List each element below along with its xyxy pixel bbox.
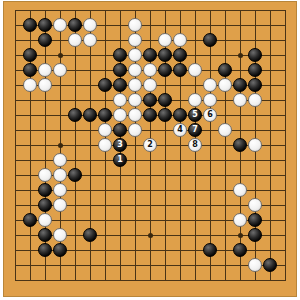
black-stone xyxy=(83,108,97,122)
black-stone xyxy=(38,243,52,257)
black-stone xyxy=(248,48,262,62)
white-stone xyxy=(188,63,202,77)
white-stone xyxy=(113,93,127,107)
black-stone xyxy=(98,108,112,122)
star-point xyxy=(58,143,63,148)
black-stone xyxy=(143,48,157,62)
black-stone xyxy=(233,138,247,152)
black-stone xyxy=(173,63,187,77)
white-stone xyxy=(143,78,157,92)
grid-line-horizontal xyxy=(15,40,286,41)
white-stone xyxy=(128,108,142,122)
white-stone xyxy=(128,33,142,47)
black-stone xyxy=(113,123,127,137)
black-stone xyxy=(233,78,247,92)
black-stone xyxy=(113,63,127,77)
move-number-label: 4 xyxy=(177,126,183,134)
black-stone xyxy=(113,48,127,62)
black-stone xyxy=(248,213,262,227)
white-stone xyxy=(173,33,187,47)
white-stone xyxy=(128,93,142,107)
move-number-label: 3 xyxy=(117,141,123,149)
white-stone xyxy=(83,18,97,32)
black-stone-move-5: 5 xyxy=(188,108,202,122)
white-stone xyxy=(233,183,247,197)
grid-line-horizontal xyxy=(15,265,286,266)
white-stone xyxy=(218,123,232,137)
white-stone xyxy=(128,63,142,77)
black-stone xyxy=(158,48,172,62)
move-number-label: 8 xyxy=(192,141,198,149)
black-stone xyxy=(38,18,52,32)
white-stone xyxy=(53,183,67,197)
black-stone xyxy=(53,243,67,257)
white-stone xyxy=(53,153,67,167)
white-stone xyxy=(218,78,232,92)
black-stone xyxy=(68,108,82,122)
white-stone xyxy=(98,138,112,152)
black-stone xyxy=(263,258,277,272)
black-stone xyxy=(23,63,37,77)
grid-line-horizontal xyxy=(15,10,286,11)
white-stone xyxy=(128,123,142,137)
black-stone xyxy=(68,18,82,32)
white-stone-move-4: 4 xyxy=(173,123,187,137)
white-stone xyxy=(53,168,67,182)
black-stone xyxy=(68,168,82,182)
grid-line-horizontal xyxy=(15,130,286,131)
white-stone xyxy=(23,78,37,92)
black-stone xyxy=(248,78,262,92)
black-stone xyxy=(158,63,172,77)
white-stone xyxy=(248,93,262,107)
white-stone xyxy=(68,33,82,47)
go-diagram-screenshot: 56473281 xyxy=(0,0,300,300)
black-stone-move-7: 7 xyxy=(188,123,202,137)
star-point xyxy=(148,233,153,238)
white-stone xyxy=(128,18,142,32)
white-stone xyxy=(248,258,262,272)
black-stone xyxy=(173,48,187,62)
white-stone xyxy=(83,33,97,47)
black-stone xyxy=(23,18,37,32)
white-stone-move-2: 2 xyxy=(143,138,157,152)
star-point xyxy=(238,53,243,58)
black-stone xyxy=(158,93,172,107)
black-stone xyxy=(173,108,187,122)
black-stone xyxy=(23,213,37,227)
white-stone xyxy=(203,93,217,107)
black-stone xyxy=(218,63,232,77)
move-number-label: 5 xyxy=(192,111,198,119)
black-stone xyxy=(143,108,157,122)
black-stone xyxy=(248,63,262,77)
black-stone xyxy=(23,48,37,62)
white-stone xyxy=(248,198,262,212)
white-stone xyxy=(38,168,52,182)
black-stone xyxy=(83,228,97,242)
white-stone xyxy=(188,93,202,107)
white-stone-move-6: 6 xyxy=(203,108,217,122)
white-stone xyxy=(128,78,142,92)
white-stone xyxy=(38,78,52,92)
black-stone xyxy=(38,33,52,47)
white-stone xyxy=(53,18,67,32)
white-stone xyxy=(38,63,52,77)
white-stone xyxy=(233,93,247,107)
white-stone xyxy=(158,33,172,47)
white-stone xyxy=(203,78,217,92)
black-stone xyxy=(113,78,127,92)
white-stone xyxy=(53,63,67,77)
black-stone-move-1: 1 xyxy=(113,153,127,167)
black-stone xyxy=(203,33,217,47)
black-stone xyxy=(38,228,52,242)
move-number-label: 6 xyxy=(207,111,213,119)
star-point xyxy=(58,53,63,58)
black-stone xyxy=(248,228,262,242)
white-stone xyxy=(113,108,127,122)
black-stone xyxy=(98,78,112,92)
black-stone xyxy=(158,108,172,122)
black-stone xyxy=(233,243,247,257)
black-stone xyxy=(38,183,52,197)
black-stone xyxy=(203,243,217,257)
move-number-label: 2 xyxy=(147,141,153,149)
grid-line-horizontal xyxy=(15,280,286,281)
white-stone xyxy=(143,63,157,77)
move-number-label: 1 xyxy=(117,156,123,164)
black-stone xyxy=(143,93,157,107)
white-stone xyxy=(53,198,67,212)
white-stone xyxy=(38,213,52,227)
white-stone xyxy=(128,48,142,62)
white-stone xyxy=(248,138,262,152)
move-number-label: 7 xyxy=(192,126,198,134)
white-stone-move-8: 8 xyxy=(188,138,202,152)
star-point xyxy=(238,233,243,238)
white-stone xyxy=(233,213,247,227)
black-stone xyxy=(38,198,52,212)
white-stone xyxy=(98,123,112,137)
white-stone xyxy=(53,228,67,242)
black-stone-move-3: 3 xyxy=(113,138,127,152)
